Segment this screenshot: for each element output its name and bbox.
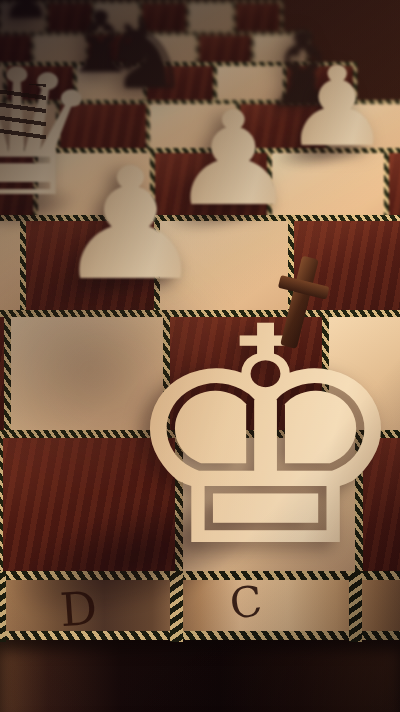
white-pawn-glyph: ♟: [283, 62, 391, 152]
black-pawn-glyph: ♟: [1, 0, 50, 22]
queen-ring-stripes: [0, 84, 46, 142]
black-pawn-f8[interactable]: ♟: [0, 0, 61, 22]
white-king-c1[interactable]: ♚: [110, 316, 400, 562]
chessboard-photo: D C ♚♛♟♟♟♝♞♝♟: [0, 0, 400, 712]
king-cross-vertical: [280, 256, 319, 349]
table-edge-shadow: [0, 640, 400, 712]
margin-rope-e-d: [0, 571, 6, 642]
white-king-glyph: ♚: [117, 316, 400, 562]
file-label-d: D: [58, 581, 99, 637]
square-e3[interactable]: [0, 221, 20, 316]
square-e2[interactable]: [0, 317, 4, 437]
white-pawn-a5[interactable]: ♟: [272, 62, 400, 152]
